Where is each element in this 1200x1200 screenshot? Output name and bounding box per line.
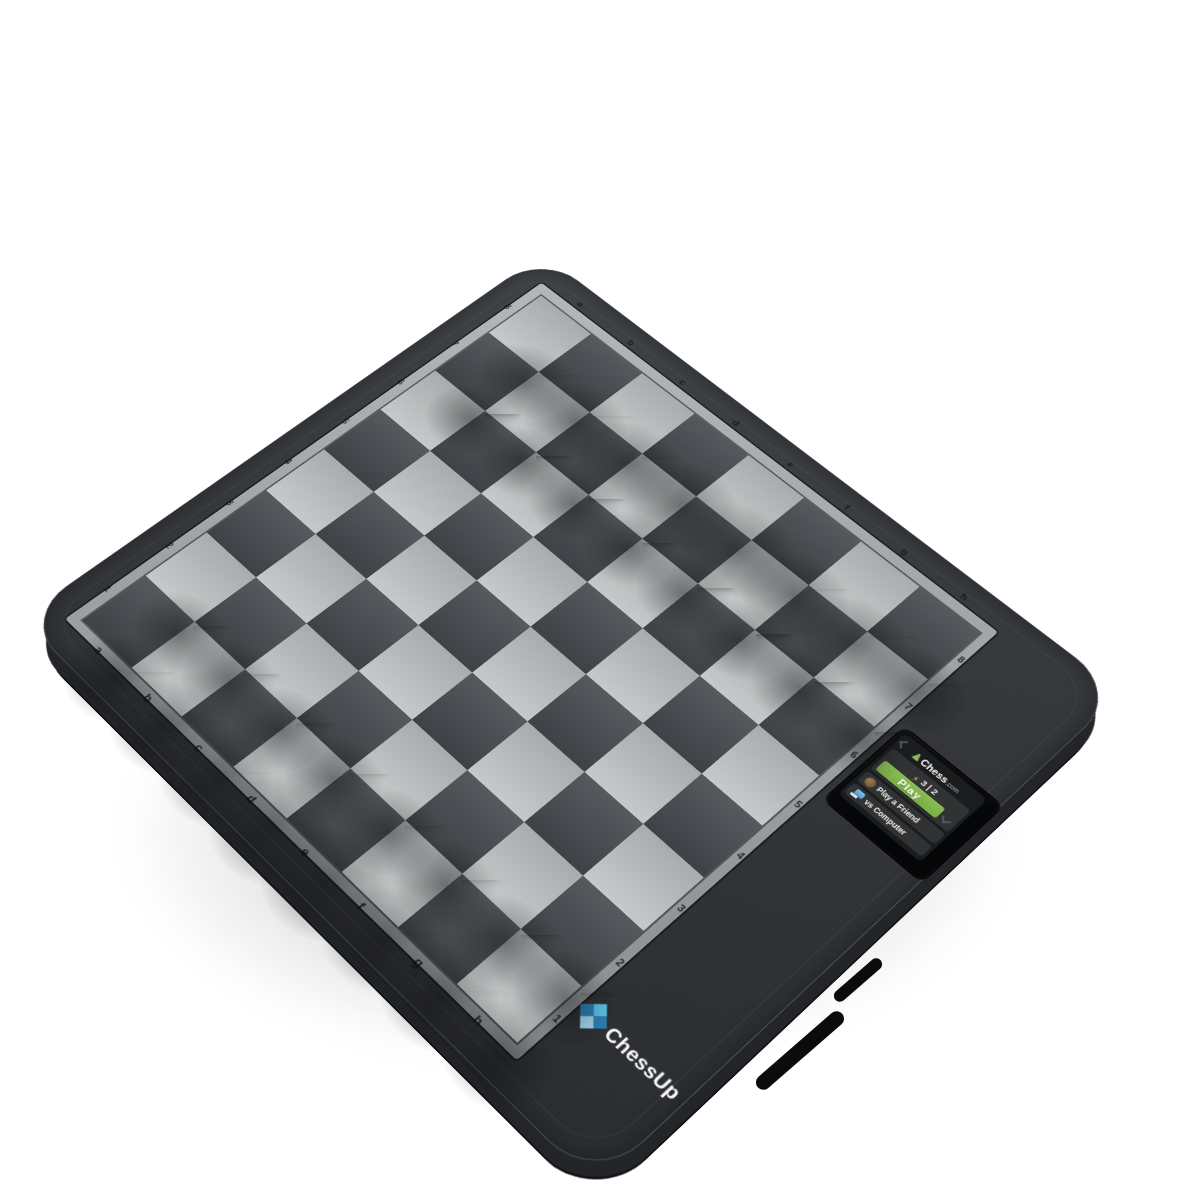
play-a-friend-button[interactable]: Play a Friend (857, 770, 946, 844)
chessup-board: Chess .com 3 | 2 Play (20, 254, 1122, 1188)
chesscom-logo: Chess .com (908, 748, 966, 797)
product-render-stage: Chess .com 3 | 2 Play (0, 0, 1200, 1200)
vs-computer-button[interactable]: vs Computer (844, 782, 933, 857)
scene: Chess .com 3 | 2 Play (0, 55, 1165, 1200)
chesscom-logo-suffix: .com (944, 780, 961, 794)
chevron-down-icon[interactable] (942, 815, 951, 822)
time-control-label: 3 | 2 (918, 778, 940, 797)
lightning-icon (909, 770, 926, 785)
vs-computer-label: vs Computer (862, 798, 908, 837)
play-button-label: Play (895, 777, 924, 802)
coord-label-5: 5 (792, 799, 813, 817)
computer-icon (849, 787, 866, 802)
coord-label-4: 4 (734, 850, 755, 869)
play-a-friend-label: Play a Friend (875, 785, 921, 824)
chesscom-logo-text: Chess (918, 757, 952, 785)
